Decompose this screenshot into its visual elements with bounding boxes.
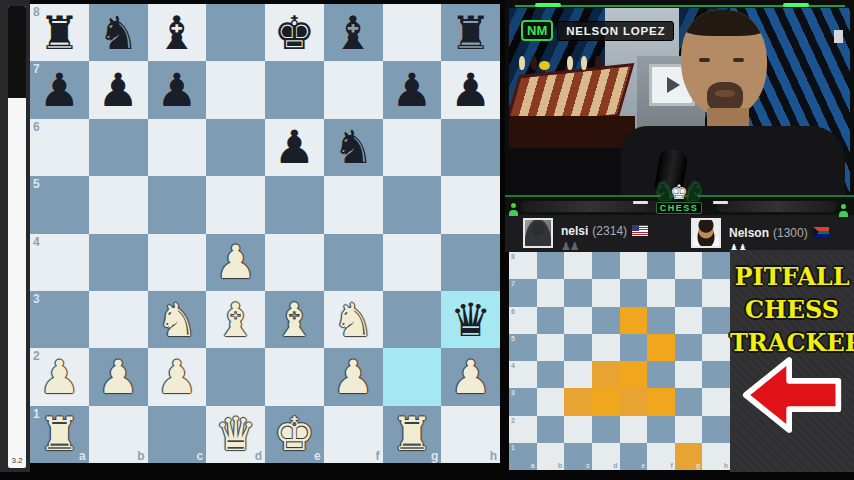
piece-white-bishop[interactable]: ♝ — [215, 297, 256, 343]
desk-chess-piece — [595, 56, 601, 70]
streamer-mouth — [715, 90, 735, 97]
online-person-icon — [838, 204, 849, 217]
piece-white-pawn[interactable]: ♟ — [39, 354, 80, 400]
square-b4[interactable] — [89, 234, 148, 291]
square-e7[interactable] — [265, 61, 324, 118]
rank-label-4: 4 — [33, 236, 40, 248]
tracker-square-e6 — [620, 307, 648, 334]
tracker-square-g2 — [675, 416, 703, 443]
tracker-square-d1: d — [592, 443, 620, 470]
king-icon: ♚ — [670, 182, 688, 202]
rank-label-5: 5 — [33, 178, 40, 190]
square-g7[interactable]: ♟ — [383, 61, 442, 118]
square-h1[interactable]: h — [441, 406, 500, 463]
light-switch — [834, 30, 843, 43]
square-d8[interactable] — [206, 4, 265, 61]
tracker-square-d3 — [592, 388, 620, 415]
tracker-rank-label-7: 7 — [511, 280, 515, 287]
piece-white-pawn[interactable]: ♟ — [215, 239, 256, 285]
square-g2[interactable] — [383, 348, 442, 405]
streamer-eye — [733, 58, 744, 62]
square-d4[interactable]: ♟ — [206, 234, 265, 291]
square-b6[interactable] — [89, 119, 148, 176]
piece-white-knight[interactable]: ♞ — [333, 297, 374, 343]
tracker-square-c2 — [564, 416, 592, 443]
tracker-square-a6: 6 — [509, 307, 537, 334]
avatar — [691, 218, 721, 248]
piece-black-pawn[interactable]: ♟ — [391, 67, 432, 113]
piece-black-pawn[interactable]: ♟ — [98, 67, 139, 113]
square-e5[interactable] — [265, 176, 324, 233]
square-b3[interactable] — [89, 291, 148, 348]
tracker-title-line: CHESS — [730, 293, 854, 326]
piece-black-bishop[interactable]: ♝ — [156, 10, 197, 56]
file-label-g: g — [431, 450, 438, 462]
square-c8[interactable]: ♝ — [148, 4, 207, 61]
piece-black-pawn[interactable]: ♟ — [156, 67, 197, 113]
red-arrow-icon — [740, 352, 844, 438]
square-g8[interactable] — [383, 4, 442, 61]
square-e6[interactable]: ♟ — [265, 119, 324, 176]
tracker-square-e7 — [620, 279, 648, 306]
tracker-square-g1: g — [675, 443, 703, 470]
tracker-square-d7 — [592, 279, 620, 306]
square-h5[interactable] — [441, 176, 500, 233]
square-c7[interactable]: ♟ — [148, 61, 207, 118]
square-c5[interactable] — [148, 176, 207, 233]
tracker-square-f1: f — [647, 443, 675, 470]
tracker-square-c4 — [564, 361, 592, 388]
tracker-rank-label-8: 8 — [511, 253, 515, 260]
player-info-white: nelsi(2314) ♟♟ — [561, 221, 648, 253]
square-g4[interactable] — [383, 234, 442, 291]
piece-white-rook[interactable]: ♜ — [391, 411, 432, 457]
eval-bar: 3.2 — [8, 6, 26, 468]
piece-white-pawn[interactable]: ♟ — [450, 354, 491, 400]
tracker-square-e8 — [620, 252, 648, 279]
square-h7[interactable]: ♟ — [441, 61, 500, 118]
square-h2[interactable]: ♟ — [441, 348, 500, 405]
piece-white-knight[interactable]: ♞ — [156, 297, 197, 343]
tracker-panel: PITFALL CHESS TRACKER — [730, 250, 854, 472]
square-g1[interactable]: g♜ — [383, 406, 442, 463]
tracker-square-a7: 7 — [509, 279, 537, 306]
tracker-square-c1: c — [564, 443, 592, 470]
webcam-video: NM NELSON LOPEZ — [509, 8, 850, 196]
main-chess-board[interactable]: 8♜♞♝♚♝♜7♟♟♟♟♟6♟♞54♟3♞♝♝♞♛2♟♟♟♟♟1a♜bcd♛e♚… — [30, 4, 500, 463]
tracker-square-g7 — [675, 279, 703, 306]
piece-white-pawn[interactable]: ♟ — [156, 354, 197, 400]
tracker-square-f8 — [647, 252, 675, 279]
square-d3[interactable]: ♝ — [206, 291, 265, 348]
tracker-square-g8 — [675, 252, 703, 279]
rank-label-8: 8 — [33, 6, 40, 18]
square-b5[interactable] — [89, 176, 148, 233]
tracker-rank-label-1: 1 — [511, 444, 515, 451]
square-d5[interactable] — [206, 176, 265, 233]
square-g5[interactable] — [383, 176, 442, 233]
tracker-square-a8: 8 — [509, 252, 537, 279]
tracker-square-a4: 4 — [509, 361, 537, 388]
bottom-bar-dash-right — [713, 201, 728, 204]
chess-club-logo: ♞ ♚ ♞ CHESS — [646, 172, 712, 218]
tracker-square-a5: 5 — [509, 334, 537, 361]
tracker-square-b2 — [537, 416, 565, 443]
square-f8[interactable]: ♝ — [324, 4, 383, 61]
square-h3[interactable]: ♛ — [441, 291, 500, 348]
square-a4[interactable]: 4 — [30, 234, 89, 291]
square-c1[interactable]: c — [148, 406, 207, 463]
file-label-e: e — [314, 450, 321, 462]
square-e3[interactable]: ♝ — [265, 291, 324, 348]
piece-black-knight[interactable]: ♞ — [98, 10, 139, 56]
piece-black-rook[interactable]: ♜ — [450, 10, 491, 56]
tracker-square-h8 — [702, 252, 730, 279]
tracker-square-f3 — [647, 388, 675, 415]
tracker-square-g4 — [675, 361, 703, 388]
square-b1[interactable]: b — [89, 406, 148, 463]
avatar — [523, 218, 553, 248]
rank-label-6: 6 — [33, 121, 40, 133]
tracker-square-d8 — [592, 252, 620, 279]
tracker-square-b4 — [537, 361, 565, 388]
square-e8[interactable]: ♚ — [265, 4, 324, 61]
streamer-name: NELSON LOPEZ — [557, 21, 674, 41]
square-c4[interactable] — [148, 234, 207, 291]
eval-column: 3.2 — [0, 0, 30, 472]
piece-black-queen[interactable]: ♛ — [450, 297, 491, 343]
rank-label-7: 7 — [33, 63, 40, 75]
desk-front — [509, 116, 635, 152]
logo-pieces: ♞ ♚ ♞ — [653, 172, 706, 204]
piece-black-pawn[interactable]: ♟ — [450, 67, 491, 113]
desk-chess-piece — [531, 56, 537, 70]
tracker-rank-label-5: 5 — [511, 335, 515, 342]
square-b8[interactable]: ♞ — [89, 4, 148, 61]
tracker-square-e1: e — [620, 443, 648, 470]
square-d1[interactable]: d♛ — [206, 406, 265, 463]
square-f5[interactable] — [324, 176, 383, 233]
piece-white-queen[interactable]: ♛ — [215, 411, 256, 457]
square-d2[interactable] — [206, 348, 265, 405]
square-e1[interactable]: e♚ — [265, 406, 324, 463]
bottom-bar-pill-right — [717, 201, 837, 212]
tracker-square-g3 — [675, 388, 703, 415]
tracker-square-f2 — [647, 416, 675, 443]
piece-black-rook[interactable]: ♜ — [39, 10, 80, 56]
tracker-square-a2: 2 — [509, 416, 537, 443]
tracker-square-h3 — [702, 388, 730, 415]
rank-label-1: 1 — [33, 408, 40, 420]
play-icon — [667, 77, 680, 93]
tracker-file-label-g: g — [696, 462, 700, 469]
square-c3[interactable]: ♞ — [148, 291, 207, 348]
square-b7[interactable]: ♟ — [89, 61, 148, 118]
tracker-file-label-c: c — [586, 462, 590, 469]
tracker-file-label-b: b — [558, 462, 562, 469]
tracker-square-h1: h — [702, 443, 730, 470]
tracker-square-h6 — [702, 307, 730, 334]
tracker-square-c3 — [564, 388, 592, 415]
square-a6[interactable]: 6 — [30, 119, 89, 176]
square-e2[interactable] — [265, 348, 324, 405]
tracker-square-h7 — [702, 279, 730, 306]
tracker-rank-label-3: 3 — [511, 389, 515, 396]
tracker-square-c8 — [564, 252, 592, 279]
pitfall-tracker-board: 87654321abcdefgh — [509, 252, 730, 470]
rank-label-2: 2 — [33, 350, 40, 362]
square-h8[interactable]: ♜ — [441, 4, 500, 61]
streamer-eye — [699, 58, 710, 62]
desk-chess-piece — [581, 56, 587, 70]
square-c2[interactable]: ♟ — [148, 348, 207, 405]
streamer-nameplate: NM NELSON LOPEZ — [521, 20, 674, 41]
square-f6[interactable]: ♞ — [324, 119, 383, 176]
player-name: Nelson — [729, 226, 769, 240]
square-f2[interactable]: ♟ — [324, 348, 383, 405]
piece-black-pawn[interactable]: ♟ — [39, 67, 80, 113]
tracker-square-a1: 1a — [509, 443, 537, 470]
player-name: nelsi — [561, 224, 588, 238]
tracker-square-c7 — [564, 279, 592, 306]
tracker-square-h2 — [702, 416, 730, 443]
tracker-file-label-e: e — [641, 462, 645, 469]
piece-white-bishop[interactable]: ♝ — [274, 297, 315, 343]
piece-white-rook[interactable]: ♜ — [39, 411, 80, 457]
tracker-square-g5 — [675, 334, 703, 361]
square-d6[interactable] — [206, 119, 265, 176]
tracker-square-a3: 3 — [509, 388, 537, 415]
tracker-square-b5 — [537, 334, 565, 361]
square-a5[interactable]: 5 — [30, 176, 89, 233]
square-a3[interactable]: 3 — [30, 291, 89, 348]
file-label-h: h — [490, 450, 497, 462]
tracker-square-d2 — [592, 416, 620, 443]
rubber-duck — [539, 61, 550, 70]
tracker-square-h5 — [702, 334, 730, 361]
tracker-square-f4 — [647, 361, 675, 388]
square-g3[interactable] — [383, 291, 442, 348]
tracker-rank-label-6: 6 — [511, 308, 515, 315]
tracker-title-line: PITFALL — [730, 260, 854, 293]
square-f1[interactable]: f — [324, 406, 383, 463]
tracker-file-label-d: d — [613, 462, 617, 469]
tracker-square-e5 — [620, 334, 648, 361]
nm-title-badge: NM — [521, 20, 553, 41]
piece-black-pawn[interactable]: ♟ — [274, 124, 315, 170]
tracker-square-c6 — [564, 307, 592, 334]
tracker-file-label-a: a — [531, 462, 535, 469]
eval-bar-black-portion — [8, 6, 26, 98]
tracker-square-d5 — [592, 334, 620, 361]
tracker-file-label-h: h — [724, 462, 728, 469]
rank-label-3: 3 — [33, 293, 40, 305]
us-flag-icon — [632, 225, 648, 236]
tracker-square-f6 — [647, 307, 675, 334]
square-a2[interactable]: 2♟ — [30, 348, 89, 405]
za-flag-icon — [813, 227, 829, 238]
piece-white-pawn[interactable]: ♟ — [333, 354, 374, 400]
tracker-square-d4 — [592, 361, 620, 388]
tracker-square-b7 — [537, 279, 565, 306]
player-rating: (2314) — [592, 224, 627, 238]
tracker-square-d6 — [592, 307, 620, 334]
piece-black-king[interactable]: ♚ — [274, 10, 315, 56]
square-a7[interactable]: 7♟ — [30, 61, 89, 118]
tracker-square-e4 — [620, 361, 648, 388]
piece-white-pawn[interactable]: ♟ — [98, 354, 139, 400]
square-a8[interactable]: 8♜ — [30, 4, 89, 61]
tracker-file-label-f: f — [670, 462, 672, 469]
tracker-square-b3 — [537, 388, 565, 415]
file-label-f: f — [376, 450, 380, 462]
streamer-head — [681, 10, 767, 118]
piece-white-king[interactable]: ♚ — [274, 411, 315, 457]
stream-screen: 3.2 8♜♞♝♚♝♜7♟♟♟♟♟6♟♞54♟3♞♝♝♞♛2♟♟♟♟♟1a♜bc… — [0, 0, 854, 480]
square-a1[interactable]: 1a♜ — [30, 406, 89, 463]
tracker-rank-label-4: 4 — [511, 362, 515, 369]
tracker-rank-label-2: 2 — [511, 417, 515, 424]
player-rating: (1300) — [773, 226, 808, 240]
square-h6[interactable] — [441, 119, 500, 176]
file-label-b: b — [137, 450, 144, 462]
webcam-green-dash-right — [783, 3, 809, 7]
square-f4[interactable] — [324, 234, 383, 291]
eval-value: 3.2 — [8, 456, 26, 465]
tracker-square-e3 — [620, 388, 648, 415]
tracker-square-g6 — [675, 307, 703, 334]
red-arrow-shape — [746, 360, 839, 430]
square-c6[interactable] — [148, 119, 207, 176]
square-b2[interactable]: ♟ — [89, 348, 148, 405]
tracker-square-b8 — [537, 252, 565, 279]
square-h4[interactable] — [441, 234, 500, 291]
file-label-a: a — [79, 450, 86, 462]
square-g6[interactable] — [383, 119, 442, 176]
tracker-square-h4 — [702, 361, 730, 388]
player-bar: nelsi(2314) ♟♟ Nelson(1300) ♟♟ — [505, 215, 854, 252]
square-f3[interactable]: ♞ — [324, 291, 383, 348]
webcam-green-dash-left — [535, 3, 561, 7]
online-person-icon — [508, 203, 519, 216]
desk-chess-piece — [519, 56, 525, 70]
square-e4[interactable] — [265, 234, 324, 291]
square-d7[interactable] — [206, 61, 265, 118]
file-label-d: d — [255, 450, 262, 462]
tracker-square-f7 — [647, 279, 675, 306]
tracker-square-f5 — [647, 334, 675, 361]
tracker-square-b6 — [537, 307, 565, 334]
tracker-square-e2 — [620, 416, 648, 443]
tracker-square-b1: b — [537, 443, 565, 470]
file-label-c: c — [197, 450, 204, 462]
square-f7[interactable] — [324, 61, 383, 118]
piece-black-bishop[interactable]: ♝ — [333, 10, 374, 56]
piece-black-knight[interactable]: ♞ — [333, 124, 374, 170]
desk-chess-piece — [567, 56, 573, 70]
tracker-square-c5 — [564, 334, 592, 361]
